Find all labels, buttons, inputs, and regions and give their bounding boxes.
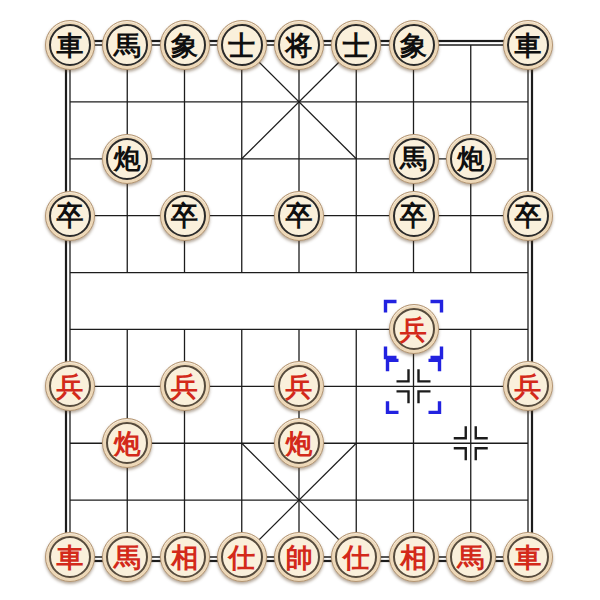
piece-glyph: 象 [393, 24, 435, 66]
piece-glyph: 卒 [507, 195, 549, 237]
piece-glyph: 象 [164, 24, 206, 66]
piece-red-elephant[interactable]: 相 [389, 532, 439, 582]
piece-black-horse[interactable]: 馬 [102, 20, 152, 70]
piece-red-horse[interactable]: 馬 [446, 532, 496, 582]
piece-glyph: 卒 [393, 195, 435, 237]
piece-red-cannon[interactable]: 炮 [274, 418, 324, 468]
piece-glyph: 車 [49, 24, 91, 66]
piece-glyph: 兵 [164, 365, 206, 407]
piece-glyph: 士 [221, 24, 263, 66]
piece-glyph: 相 [164, 536, 206, 578]
piece-glyph: 帥 [278, 536, 320, 578]
piece-glyph: 兵 [507, 365, 549, 407]
piece-black-soldier[interactable]: 卒 [160, 191, 210, 241]
piece-glyph: 兵 [49, 365, 91, 407]
piece-glyph: 車 [507, 536, 549, 578]
piece-glyph: 炮 [106, 422, 148, 464]
piece-black-soldier[interactable]: 卒 [274, 191, 324, 241]
piece-glyph: 卒 [164, 195, 206, 237]
piece-glyph: 将 [278, 24, 320, 66]
piece-red-soldier[interactable]: 兵 [160, 361, 210, 411]
piece-black-horse[interactable]: 馬 [389, 134, 439, 184]
piece-glyph: 馬 [393, 138, 435, 180]
piece-black-soldier[interactable]: 卒 [45, 191, 95, 241]
xiangqi-board: 車馬象士将士象車炮馬炮卒卒卒卒卒兵兵兵兵兵炮炮車馬相仕帥仕相馬車 [0, 0, 600, 600]
piece-glyph: 炮 [450, 138, 492, 180]
piece-glyph: 士 [335, 24, 377, 66]
piece-black-advisor[interactable]: 士 [331, 20, 381, 70]
piece-glyph: 炮 [278, 422, 320, 464]
piece-red-advisor[interactable]: 仕 [331, 532, 381, 582]
piece-black-soldier[interactable]: 卒 [389, 191, 439, 241]
piece-red-cannon[interactable]: 炮 [102, 418, 152, 468]
piece-glyph: 相 [393, 536, 435, 578]
piece-red-soldier[interactable]: 兵 [503, 361, 553, 411]
piece-black-rook[interactable]: 車 [45, 20, 95, 70]
piece-black-cannon[interactable]: 炮 [102, 134, 152, 184]
piece-glyph: 卒 [278, 195, 320, 237]
piece-black-rook[interactable]: 車 [503, 20, 553, 70]
piece-red-rook[interactable]: 車 [503, 532, 553, 582]
piece-glyph: 兵 [278, 365, 320, 407]
piece-black-elephant[interactable]: 象 [160, 20, 210, 70]
piece-glyph: 仕 [221, 536, 263, 578]
piece-red-elephant[interactable]: 相 [160, 532, 210, 582]
piece-black-advisor[interactable]: 士 [217, 20, 267, 70]
piece-glyph: 兵 [393, 308, 435, 350]
piece-black-soldier[interactable]: 卒 [503, 191, 553, 241]
piece-glyph: 仕 [335, 536, 377, 578]
pieces-layer: 車馬象士将士象車炮馬炮卒卒卒卒卒兵兵兵兵兵炮炮車馬相仕帥仕相馬車 [0, 0, 600, 600]
piece-glyph: 馬 [106, 536, 148, 578]
piece-red-rook[interactable]: 車 [45, 532, 95, 582]
piece-glyph: 卒 [49, 195, 91, 237]
piece-red-horse[interactable]: 馬 [102, 532, 152, 582]
piece-red-soldier[interactable]: 兵 [45, 361, 95, 411]
piece-red-soldier[interactable]: 兵 [389, 304, 439, 354]
piece-glyph: 馬 [450, 536, 492, 578]
piece-red-general[interactable]: 帥 [274, 532, 324, 582]
piece-glyph: 車 [507, 24, 549, 66]
piece-black-general[interactable]: 将 [274, 20, 324, 70]
piece-glyph: 車 [49, 536, 91, 578]
piece-red-advisor[interactable]: 仕 [217, 532, 267, 582]
piece-red-soldier[interactable]: 兵 [274, 361, 324, 411]
piece-black-elephant[interactable]: 象 [389, 20, 439, 70]
piece-black-cannon[interactable]: 炮 [446, 134, 496, 184]
piece-glyph: 炮 [106, 138, 148, 180]
piece-glyph: 馬 [106, 24, 148, 66]
